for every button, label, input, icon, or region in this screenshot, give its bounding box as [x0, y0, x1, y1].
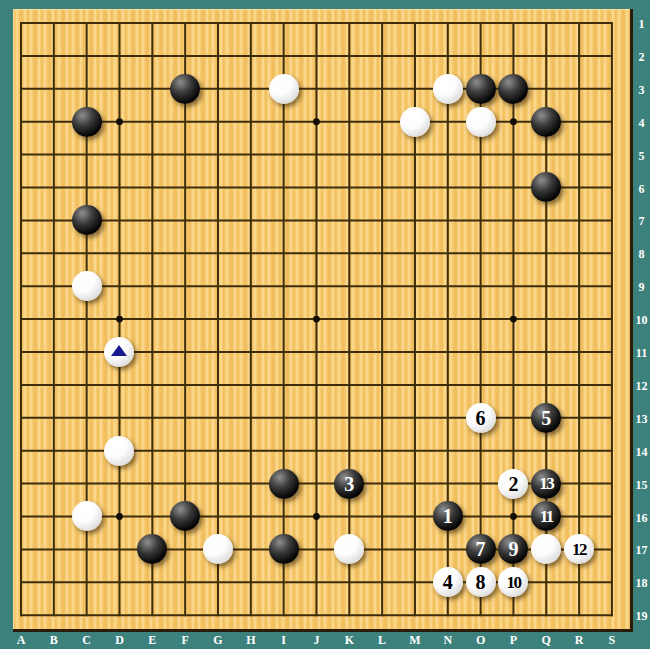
stone-white-R17[interactable]: 12 [564, 534, 594, 564]
stone-black-Q16[interactable]: 11 [531, 501, 561, 531]
move-number: 5 [541, 408, 551, 428]
row-label-6: 6 [639, 181, 645, 196]
stone-white-P18[interactable]: 10 [498, 567, 528, 597]
move-number: 10 [506, 574, 520, 591]
stone-black-I15[interactable] [269, 469, 299, 499]
move-number: 2 [508, 474, 518, 494]
row-label-5: 5 [639, 148, 645, 163]
stone-white-N3[interactable] [433, 74, 463, 104]
stone-black-N16[interactable]: 1 [433, 501, 463, 531]
stone-white-O13[interactable]: 6 [466, 403, 496, 433]
row-label-14: 14 [636, 444, 648, 459]
stone-white-D11[interactable] [104, 337, 134, 367]
row-label-19: 19 [636, 609, 648, 624]
move-number: 9 [508, 539, 518, 559]
stone-black-O17[interactable]: 7 [466, 534, 496, 564]
stone-white-O18[interactable]: 8 [466, 567, 496, 597]
stone-black-C7[interactable] [72, 205, 102, 235]
move-number: 1 [443, 506, 453, 526]
col-label-H: H [246, 633, 255, 648]
move-number: 4 [443, 572, 453, 592]
col-label-O: O [476, 633, 485, 648]
row-label-15: 15 [636, 477, 648, 492]
stone-black-Q4[interactable] [531, 107, 561, 137]
row-label-1: 1 [639, 17, 645, 32]
row-label-3: 3 [639, 82, 645, 97]
move-number: 6 [476, 408, 486, 428]
stone-white-O4[interactable] [466, 107, 496, 137]
col-label-D: D [115, 633, 124, 648]
row-label-9: 9 [639, 280, 645, 295]
col-label-K: K [345, 633, 354, 648]
stone-black-P17[interactable]: 9 [498, 534, 528, 564]
stone-white-G17[interactable] [203, 534, 233, 564]
col-label-L: L [378, 633, 386, 648]
col-label-I: I [281, 633, 286, 648]
move-number: 12 [572, 541, 586, 558]
triangle-marker [111, 345, 127, 356]
row-label-7: 7 [639, 214, 645, 229]
row-label-11: 11 [636, 346, 647, 361]
col-label-G: G [213, 633, 222, 648]
col-label-F: F [181, 633, 188, 648]
stone-black-K15[interactable]: 3 [334, 469, 364, 499]
row-label-13: 13 [636, 411, 648, 426]
row-label-12: 12 [636, 378, 648, 393]
col-label-B: B [50, 633, 58, 648]
stone-white-K17[interactable] [334, 534, 364, 564]
stone-white-I3[interactable] [269, 74, 299, 104]
move-number: 8 [476, 572, 486, 592]
col-label-P: P [510, 633, 517, 648]
col-label-Q: Q [542, 633, 551, 648]
col-label-M: M [409, 633, 420, 648]
stone-black-F16[interactable] [170, 501, 200, 531]
stone-black-E17[interactable] [137, 534, 167, 564]
col-label-E: E [148, 633, 156, 648]
col-label-J: J [313, 633, 319, 648]
stone-white-N18[interactable]: 4 [433, 567, 463, 597]
row-label-18: 18 [636, 576, 648, 591]
stone-white-C16[interactable] [72, 501, 102, 531]
col-label-S: S [609, 633, 616, 648]
col-label-R: R [575, 633, 584, 648]
stone-black-Q15[interactable]: 13 [531, 469, 561, 499]
row-label-10: 10 [636, 313, 648, 328]
stone-black-O3[interactable] [466, 74, 496, 104]
stone-black-Q13[interactable]: 5 [531, 403, 561, 433]
stone-black-P3[interactable] [498, 74, 528, 104]
row-label-2: 2 [639, 49, 645, 64]
stone-black-F3[interactable] [170, 74, 200, 104]
stone-black-C4[interactable] [72, 107, 102, 137]
move-number: 7 [476, 539, 486, 559]
col-label-A: A [17, 633, 26, 648]
col-label-N: N [443, 633, 452, 648]
row-label-4: 4 [639, 115, 645, 130]
stone-white-M4[interactable] [400, 107, 430, 137]
move-number: 3 [344, 474, 354, 494]
stone-white-P15[interactable]: 2 [498, 469, 528, 499]
stone-white-C9[interactable] [72, 271, 102, 301]
stone-black-I17[interactable] [269, 534, 299, 564]
move-number: 11 [540, 508, 553, 525]
stone-white-Q17[interactable] [531, 534, 561, 564]
stone-black-Q6[interactable] [531, 172, 561, 202]
stones-grid: 65321311179124810 [5, 7, 629, 632]
col-label-C: C [82, 633, 91, 648]
row-label-8: 8 [639, 247, 645, 262]
stone-white-D14[interactable] [104, 436, 134, 466]
row-label-17: 17 [636, 543, 648, 558]
move-number: 13 [539, 475, 553, 492]
row-label-16: 16 [636, 510, 648, 525]
go-kifu-screenshot: 65321311179124810 ABCDEFGHIJKLMNOPQRS 12… [0, 0, 650, 649]
